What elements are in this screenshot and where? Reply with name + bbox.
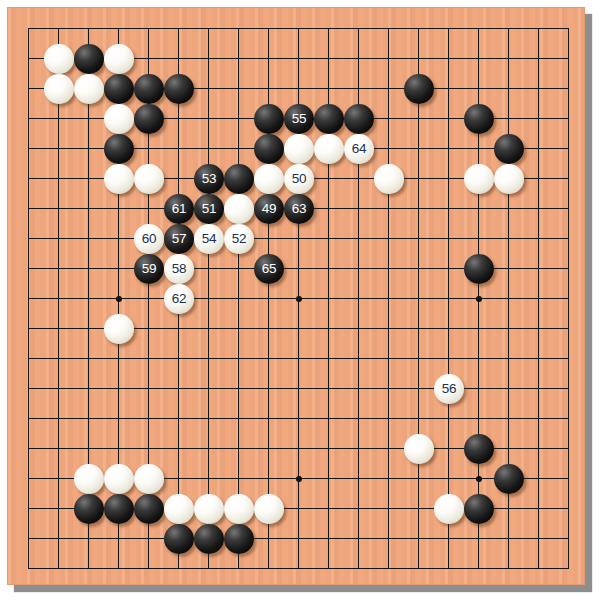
black-stone	[224, 524, 254, 554]
white-stone	[464, 164, 494, 194]
black-stone	[74, 494, 104, 524]
black-stone	[134, 494, 164, 524]
move-number-label: 61	[172, 202, 186, 216]
move-number-label: 57	[172, 232, 186, 246]
black-stone-move-65: 65	[254, 254, 284, 284]
white-stone-move-50: 50	[284, 164, 314, 194]
hoshi-point	[116, 296, 122, 302]
black-stone-move-53: 53	[194, 164, 224, 194]
black-stone	[224, 164, 254, 194]
black-stone	[464, 494, 494, 524]
black-stone	[494, 134, 524, 164]
black-stone-move-55: 55	[284, 104, 314, 134]
move-number-label: 58	[172, 262, 186, 276]
white-stone	[194, 494, 224, 524]
black-stone	[74, 44, 104, 74]
page-background: 5564535061514963605754525958656256	[0, 0, 600, 600]
go-board[interactable]: 5564535061514963605754525958656256	[7, 7, 585, 585]
hoshi-point	[296, 296, 302, 302]
white-stone	[134, 464, 164, 494]
white-stone-move-64: 64	[344, 134, 374, 164]
white-stone	[494, 164, 524, 194]
black-stone-move-63: 63	[284, 194, 314, 224]
black-stone-move-49: 49	[254, 194, 284, 224]
move-number-label: 54	[202, 232, 216, 246]
black-stone	[254, 104, 284, 134]
move-number-label: 65	[262, 262, 276, 276]
black-stone	[104, 134, 134, 164]
black-stone	[134, 104, 164, 134]
black-stone	[494, 464, 524, 494]
white-stone	[44, 44, 74, 74]
white-stone	[104, 464, 134, 494]
black-stone	[164, 74, 194, 104]
white-stone	[164, 494, 194, 524]
white-stone	[104, 44, 134, 74]
black-stone-move-59: 59	[134, 254, 164, 284]
hoshi-point	[476, 476, 482, 482]
move-number-label: 50	[292, 172, 306, 186]
white-stone	[224, 194, 254, 224]
white-stone	[224, 494, 254, 524]
black-stone-move-61: 61	[164, 194, 194, 224]
hoshi-point	[296, 476, 302, 482]
black-stone	[314, 104, 344, 134]
move-number-label: 51	[202, 202, 216, 216]
black-stone	[404, 74, 434, 104]
white-stone-move-62: 62	[164, 284, 194, 314]
move-number-label: 63	[292, 202, 306, 216]
move-number-label: 56	[442, 382, 456, 396]
white-stone	[254, 494, 284, 524]
white-stone	[104, 164, 134, 194]
white-stone	[74, 74, 104, 104]
black-stone	[464, 254, 494, 284]
move-number-label: 49	[262, 202, 276, 216]
black-stone	[134, 74, 164, 104]
move-number-label: 59	[142, 262, 156, 276]
white-stone-move-52: 52	[224, 224, 254, 254]
move-number-label: 55	[292, 112, 306, 126]
move-number-label: 62	[172, 292, 186, 306]
black-stone	[464, 104, 494, 134]
hoshi-point	[476, 296, 482, 302]
white-stone	[254, 164, 284, 194]
white-stone	[74, 464, 104, 494]
black-stone-move-51: 51	[194, 194, 224, 224]
white-stone	[434, 494, 464, 524]
white-stone	[314, 134, 344, 164]
black-stone-move-57: 57	[164, 224, 194, 254]
white-stone	[44, 74, 74, 104]
black-stone	[464, 434, 494, 464]
black-stone	[344, 104, 374, 134]
white-stone	[374, 164, 404, 194]
move-number-label: 53	[202, 172, 216, 186]
white-stone	[104, 314, 134, 344]
white-stone-move-60: 60	[134, 224, 164, 254]
white-stone-move-56: 56	[434, 374, 464, 404]
black-stone	[164, 524, 194, 554]
white-stone-move-58: 58	[164, 254, 194, 284]
white-stone	[104, 104, 134, 134]
white-stone	[404, 434, 434, 464]
move-number-label: 64	[352, 142, 366, 156]
white-stone	[134, 164, 164, 194]
black-stone	[254, 134, 284, 164]
move-number-label: 52	[232, 232, 246, 246]
white-stone-move-54: 54	[194, 224, 224, 254]
black-stone	[104, 74, 134, 104]
black-stone	[104, 494, 134, 524]
white-stone	[284, 134, 314, 164]
black-stone	[194, 524, 224, 554]
move-number-label: 60	[142, 232, 156, 246]
